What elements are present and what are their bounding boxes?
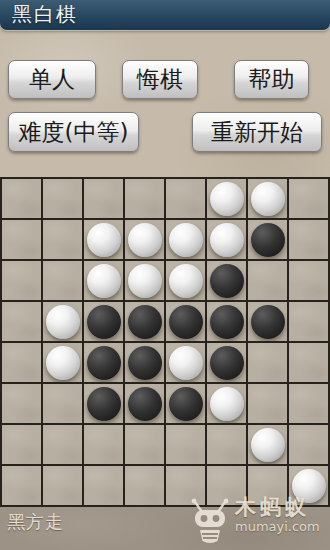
board-cell-f4[interactable] xyxy=(207,302,246,341)
board-cell-g5[interactable] xyxy=(248,343,287,382)
board-cell-e4[interactable] xyxy=(166,302,205,341)
white-disc xyxy=(292,469,326,503)
title-bar: 黑白棋 xyxy=(0,0,330,30)
board-cell-f6[interactable] xyxy=(207,384,246,423)
board-cell-g4[interactable] xyxy=(248,302,287,341)
board-cell-b2[interactable] xyxy=(43,220,82,259)
board-cell-c5[interactable] xyxy=(84,343,123,382)
white-disc xyxy=(87,223,121,257)
white-disc xyxy=(46,346,80,380)
white-disc xyxy=(128,264,162,298)
board-cell-c3[interactable] xyxy=(84,261,123,300)
board-cell-c4[interactable] xyxy=(84,302,123,341)
board-cell-b5[interactable] xyxy=(43,343,82,382)
board-cell-d2[interactable] xyxy=(125,220,164,259)
board-cell-g1[interactable] xyxy=(248,179,287,218)
board-cell-g2[interactable] xyxy=(248,220,287,259)
board-cell-a4[interactable] xyxy=(2,302,41,341)
white-disc xyxy=(210,387,244,421)
black-disc xyxy=(87,305,121,339)
board-cell-b7[interactable] xyxy=(43,425,82,464)
board-cell-a3[interactable] xyxy=(2,261,41,300)
black-disc xyxy=(128,387,162,421)
board-cell-b6[interactable] xyxy=(43,384,82,423)
board-cell-h4[interactable] xyxy=(289,302,328,341)
board-cell-c1[interactable] xyxy=(84,179,123,218)
board-cell-h5[interactable] xyxy=(289,343,328,382)
board-cell-d1[interactable] xyxy=(125,179,164,218)
board-cell-d4[interactable] xyxy=(125,302,164,341)
turn-indicator: 黑方走 xyxy=(7,510,64,534)
board-cell-c7[interactable] xyxy=(84,425,123,464)
black-disc xyxy=(169,387,203,421)
board-cell-a6[interactable] xyxy=(2,384,41,423)
board-cell-g6[interactable] xyxy=(248,384,287,423)
help-button[interactable]: 帮助 xyxy=(234,60,309,99)
board-cell-e3[interactable] xyxy=(166,261,205,300)
board-cell-a2[interactable] xyxy=(2,220,41,259)
single-player-button[interactable]: 单人 xyxy=(8,60,96,99)
board-cell-f2[interactable] xyxy=(207,220,246,259)
board-cell-h1[interactable] xyxy=(289,179,328,218)
board-cell-h6[interactable] xyxy=(289,384,328,423)
white-disc xyxy=(87,264,121,298)
black-disc xyxy=(210,264,244,298)
board-cell-a8[interactable] xyxy=(2,466,41,505)
board-cell-e1[interactable] xyxy=(166,179,205,218)
board-cell-h7[interactable] xyxy=(289,425,328,464)
white-disc xyxy=(169,264,203,298)
board-cell-f3[interactable] xyxy=(207,261,246,300)
board-cell-a1[interactable] xyxy=(2,179,41,218)
board-cell-a7[interactable] xyxy=(2,425,41,464)
app-title: 黑白棋 xyxy=(0,0,78,29)
board-cell-b8[interactable] xyxy=(43,466,82,505)
board-cell-e2[interactable] xyxy=(166,220,205,259)
app-screen: 黑白棋 单人 悔棋 帮助 难度(中等) 重新开始 黑方走 木蚂蚁 m xyxy=(0,0,330,550)
white-disc xyxy=(169,346,203,380)
board-cell-a5[interactable] xyxy=(2,343,41,382)
black-disc xyxy=(128,305,162,339)
board-cell-g3[interactable] xyxy=(248,261,287,300)
board-cell-c6[interactable] xyxy=(84,384,123,423)
board-cell-d7[interactable] xyxy=(125,425,164,464)
board-cell-d5[interactable] xyxy=(125,343,164,382)
board-cell-f1[interactable] xyxy=(207,179,246,218)
board-cell-e8[interactable] xyxy=(166,466,205,505)
board-cell-e7[interactable] xyxy=(166,425,205,464)
difficulty-button[interactable]: 难度(中等) xyxy=(8,112,139,152)
board-cell-g8[interactable] xyxy=(248,466,287,505)
white-disc xyxy=(251,428,285,462)
board-cell-b1[interactable] xyxy=(43,179,82,218)
board-cell-b3[interactable] xyxy=(43,261,82,300)
white-disc xyxy=(46,305,80,339)
board-cell-f7[interactable] xyxy=(207,425,246,464)
board-cell-e6[interactable] xyxy=(166,384,205,423)
board-cell-g7[interactable] xyxy=(248,425,287,464)
board-cell-b4[interactable] xyxy=(43,302,82,341)
board-cell-f8[interactable] xyxy=(207,466,246,505)
board-cell-h8[interactable] xyxy=(289,466,328,505)
board-cell-d8[interactable] xyxy=(125,466,164,505)
status-bar: 黑方走 xyxy=(0,507,330,550)
black-disc xyxy=(210,346,244,380)
board-cell-c2[interactable] xyxy=(84,220,123,259)
restart-button[interactable]: 重新开始 xyxy=(192,112,322,152)
board-cell-d6[interactable] xyxy=(125,384,164,423)
black-disc xyxy=(87,346,121,380)
white-disc xyxy=(210,182,244,216)
board-cell-h3[interactable] xyxy=(289,261,328,300)
board-cell-f5[interactable] xyxy=(207,343,246,382)
board-cell-d3[interactable] xyxy=(125,261,164,300)
board-cell-e5[interactable] xyxy=(166,343,205,382)
white-disc xyxy=(169,223,203,257)
white-disc xyxy=(251,182,285,216)
othello-board xyxy=(0,177,330,507)
black-disc xyxy=(251,223,285,257)
black-disc xyxy=(251,305,285,339)
black-disc xyxy=(128,346,162,380)
black-disc xyxy=(169,305,203,339)
black-disc xyxy=(210,305,244,339)
board-cell-h2[interactable] xyxy=(289,220,328,259)
board-cell-c8[interactable] xyxy=(84,466,123,505)
black-disc xyxy=(87,387,121,421)
white-disc xyxy=(128,223,162,257)
white-disc xyxy=(210,223,244,257)
undo-move-button[interactable]: 悔棋 xyxy=(122,60,198,99)
